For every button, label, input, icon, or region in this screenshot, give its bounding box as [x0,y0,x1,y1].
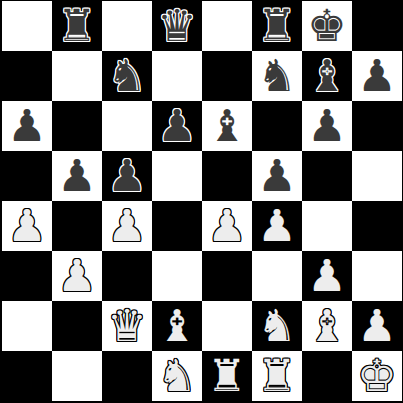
piece-white-pawn[interactable]: ♟ [257,201,296,251]
square-d8[interactable]: ♛ [152,1,202,51]
piece-black-pawn[interactable]: ♟ [257,151,296,201]
square-e3[interactable] [202,251,252,301]
piece-black-rook[interactable]: ♜ [57,1,96,51]
piece-white-pawn[interactable]: ♟ [307,251,346,301]
square-a6[interactable]: ♟ [2,101,52,151]
piece-black-pawn[interactable]: ♟ [307,101,346,151]
piece-white-bishop[interactable]: ♝ [307,301,346,351]
square-b2[interactable] [52,301,102,351]
square-f7[interactable]: ♞ [252,51,302,101]
square-e8[interactable] [202,1,252,51]
piece-white-rook[interactable]: ♜ [207,351,246,401]
square-a2[interactable] [2,301,52,351]
square-g5[interactable] [302,151,352,201]
square-g8[interactable]: ♚ [302,1,352,51]
piece-white-rook[interactable]: ♜ [257,351,296,401]
square-f8[interactable]: ♜ [252,1,302,51]
piece-white-bishop[interactable]: ♝ [157,301,196,351]
square-c7[interactable]: ♞ [102,51,152,101]
square-f2[interactable]: ♞ [252,301,302,351]
square-h5[interactable] [352,151,402,201]
square-d1[interactable]: ♞ [152,351,202,401]
square-h4[interactable] [352,201,402,251]
square-c1[interactable] [102,351,152,401]
square-c2[interactable]: ♛ [102,301,152,351]
square-c3[interactable] [102,251,152,301]
square-a8[interactable] [2,1,52,51]
square-g1[interactable] [302,351,352,401]
square-e2[interactable] [202,301,252,351]
square-d6[interactable]: ♟ [152,101,202,151]
piece-black-pawn[interactable]: ♟ [57,151,96,201]
piece-black-queen[interactable]: ♛ [157,1,196,51]
square-e5[interactable] [202,151,252,201]
piece-black-pawn[interactable]: ♟ [357,51,396,101]
square-b8[interactable]: ♜ [52,1,102,51]
square-f6[interactable] [252,101,302,151]
piece-white-knight[interactable]: ♞ [157,351,196,401]
square-g6[interactable]: ♟ [302,101,352,151]
square-e7[interactable] [202,51,252,101]
square-a7[interactable] [2,51,52,101]
chess-board-frame: ♜♛♜♚♞♞♝♟♟♟♝♟♟♟♟♟♟♟♟♟♟♛♝♞♝♟♞♜♜♚ [0,0,403,403]
square-h7[interactable]: ♟ [352,51,402,101]
piece-black-pawn[interactable]: ♟ [107,151,146,201]
square-a5[interactable] [2,151,52,201]
square-b6[interactable] [52,101,102,151]
square-e4[interactable]: ♟ [202,201,252,251]
square-d5[interactable] [152,151,202,201]
piece-black-king[interactable]: ♚ [307,1,346,51]
piece-black-pawn[interactable]: ♟ [7,101,46,151]
square-f3[interactable] [252,251,302,301]
square-d2[interactable]: ♝ [152,301,202,351]
square-b3[interactable]: ♟ [52,251,102,301]
square-g2[interactable]: ♝ [302,301,352,351]
square-c5[interactable]: ♟ [102,151,152,201]
piece-white-knight[interactable]: ♞ [257,301,296,351]
piece-white-pawn[interactable]: ♟ [107,201,146,251]
square-h6[interactable] [352,101,402,151]
piece-black-bishop[interactable]: ♝ [307,51,346,101]
square-b5[interactable]: ♟ [52,151,102,201]
square-a1[interactable] [2,351,52,401]
piece-black-knight[interactable]: ♞ [257,51,296,101]
square-c8[interactable] [102,1,152,51]
square-b1[interactable] [52,351,102,401]
square-c4[interactable]: ♟ [102,201,152,251]
square-a3[interactable] [2,251,52,301]
piece-black-pawn[interactable]: ♟ [157,101,196,151]
square-g3[interactable]: ♟ [302,251,352,301]
square-c6[interactable] [102,101,152,151]
square-e1[interactable]: ♜ [202,351,252,401]
piece-black-knight[interactable]: ♞ [107,51,146,101]
piece-white-queen[interactable]: ♛ [107,301,146,351]
square-f4[interactable]: ♟ [252,201,302,251]
square-h2[interactable]: ♟ [352,301,402,351]
piece-black-rook[interactable]: ♜ [257,1,296,51]
square-d3[interactable] [152,251,202,301]
square-g7[interactable]: ♝ [302,51,352,101]
piece-white-king[interactable]: ♚ [357,351,396,401]
piece-white-pawn[interactable]: ♟ [357,301,396,351]
square-b7[interactable] [52,51,102,101]
piece-white-pawn[interactable]: ♟ [57,251,96,301]
square-f5[interactable]: ♟ [252,151,302,201]
square-h3[interactable] [352,251,402,301]
square-a4[interactable]: ♟ [2,201,52,251]
square-h1[interactable]: ♚ [352,351,402,401]
chess-board: ♜♛♜♚♞♞♝♟♟♟♝♟♟♟♟♟♟♟♟♟♟♛♝♞♝♟♞♜♜♚ [2,1,402,401]
square-e6[interactable]: ♝ [202,101,252,151]
square-d4[interactable] [152,201,202,251]
piece-white-pawn[interactable]: ♟ [7,201,46,251]
square-f1[interactable]: ♜ [252,351,302,401]
piece-white-pawn[interactable]: ♟ [207,201,246,251]
square-b4[interactable] [52,201,102,251]
square-h8[interactable] [352,1,402,51]
square-g4[interactable] [302,201,352,251]
square-d7[interactable] [152,51,202,101]
piece-black-bishop[interactable]: ♝ [207,101,246,151]
